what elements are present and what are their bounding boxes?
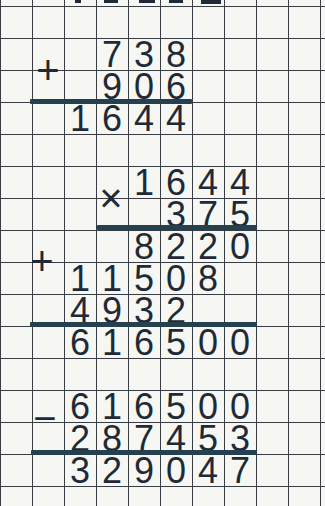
multiplication-result: 6 1 6 5 0 0: [64, 326, 256, 358]
digit-cell: 1: [64, 102, 96, 134]
digit-cell: 6: [64, 326, 96, 358]
digit-cell: 2: [96, 454, 128, 486]
grid-paper: + 7 3 8 9 0 6 1 6 4 4 × 1 6 4 4 3 7: [0, 0, 325, 506]
digit-cell: 4: [192, 454, 224, 486]
cutoff-digit-mark: [139, 0, 155, 3]
digit-cell: 1: [128, 166, 160, 198]
digit-cell: 8: [192, 262, 224, 294]
cutoff-digit-mark: [201, 0, 221, 4]
digit-cell: 6: [96, 102, 128, 134]
digit-cell: 6: [128, 326, 160, 358]
minuend: 6 1 6 5 0 0: [64, 390, 256, 422]
digit-cell: 0: [192, 326, 224, 358]
plus-sign: +: [32, 54, 64, 86]
cutoff-digit-mark: [104, 0, 118, 3]
cutoff-digit-mark: [75, 0, 81, 3]
digit-cell: 5: [160, 326, 192, 358]
cutoff-digit-mark: [169, 0, 183, 3]
difference: 3 2 9 0 4 7: [64, 454, 256, 486]
digit-cell: 4: [128, 102, 160, 134]
digit-cell: 7: [224, 454, 256, 486]
digit-cell: 3: [64, 454, 96, 486]
minus-sign: −: [29, 402, 61, 434]
digit-cell: 0: [160, 454, 192, 486]
plus-sign: +: [26, 245, 58, 277]
digit-cell: 0: [224, 230, 256, 262]
digit-cell: 9: [128, 454, 160, 486]
addition-sum: 1 6 4 4: [64, 102, 192, 134]
digit-cell: 0: [224, 326, 256, 358]
digit-cell: 1: [96, 326, 128, 358]
times-sign: ×: [95, 182, 127, 214]
digit-cell: 4: [160, 102, 192, 134]
